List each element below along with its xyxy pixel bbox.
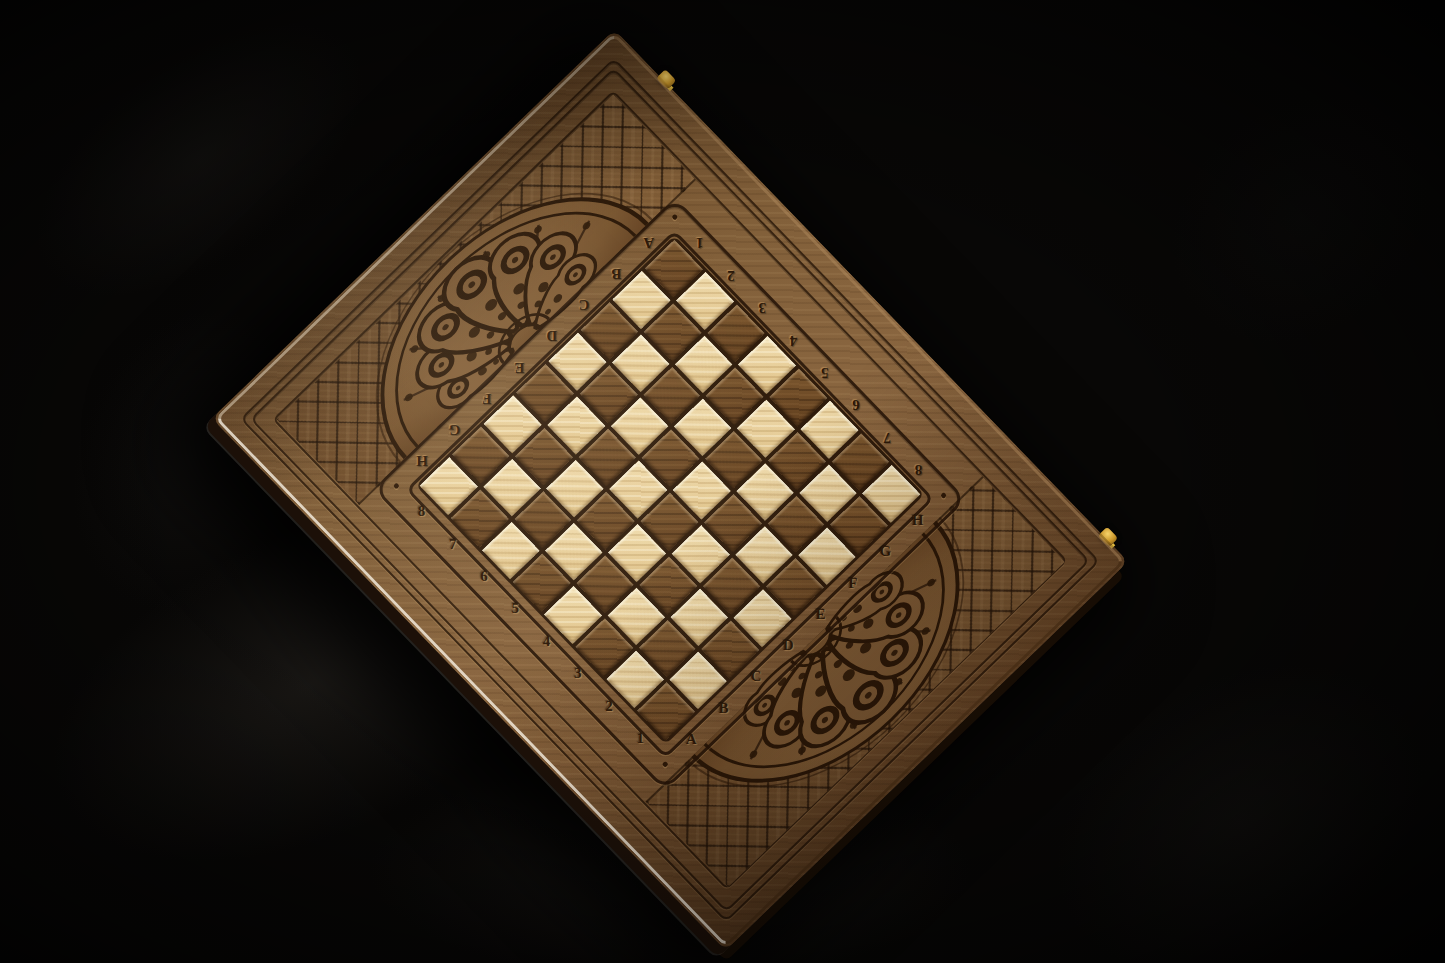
- photo-scene: 18AH27BG36CF45DE54ED63FC72GB81HA Hand-ca…: [0, 0, 1445, 963]
- coord-number-top: 2: [727, 266, 735, 283]
- coord-number-bottom: 5: [511, 600, 519, 617]
- ring-corner-dot: [940, 491, 947, 498]
- coord-number-top: 4: [790, 331, 798, 348]
- coord-letter-right: C: [750, 668, 761, 685]
- coord-letter-left: E: [514, 358, 524, 375]
- ring-corner-dot: [662, 760, 669, 767]
- coord-letter-left: A: [643, 233, 654, 250]
- coord-number-bottom: 3: [574, 664, 582, 681]
- coordinate-labels: 18AH27BG36CF45DE54ED63FC72GB81HA: [212, 29, 1129, 950]
- coord-number-bottom: 7: [449, 535, 457, 552]
- fabric-fold: [1044, 0, 1445, 471]
- coord-number-bottom: 4: [543, 632, 551, 649]
- coord-number-top: 1: [696, 234, 704, 251]
- coord-letter-right: D: [783, 636, 794, 653]
- coord-letter-right: F: [848, 574, 857, 591]
- coord-number-top: 5: [821, 363, 829, 380]
- coord-number-bottom: 1: [636, 729, 644, 746]
- coord-letter-right: G: [880, 543, 892, 560]
- coord-letter-left: B: [612, 264, 622, 281]
- coord-letter-right: E: [816, 605, 826, 622]
- coord-number-top: 8: [915, 460, 923, 477]
- carved-chess-board: 18AH27BG36CF45DE54ED63FC72GB81HA: [212, 29, 1129, 950]
- coord-letter-left: H: [416, 452, 428, 469]
- coord-letter-left: C: [579, 295, 590, 312]
- coord-letter-left: D: [546, 327, 557, 344]
- coord-number-top: 7: [884, 428, 892, 445]
- ring-corner-dot: [671, 213, 678, 220]
- coord-number-bottom: 6: [480, 567, 488, 584]
- coord-number-top: 3: [759, 299, 767, 316]
- coord-letter-left: F: [482, 389, 491, 406]
- coord-number-bottom: 2: [605, 697, 613, 714]
- coord-letter-left: G: [449, 420, 461, 437]
- coord-letter-right: H: [912, 511, 924, 528]
- coord-number-bottom: 8: [418, 503, 426, 520]
- ring-corner-dot: [393, 482, 400, 489]
- coord-letter-right: A: [686, 730, 697, 747]
- coord-letter-right: B: [718, 699, 728, 716]
- coord-number-top: 6: [852, 396, 860, 413]
